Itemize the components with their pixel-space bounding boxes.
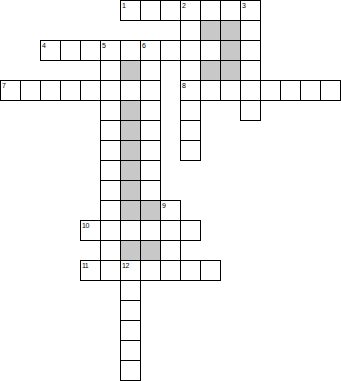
cell-r5-c5[interactable] <box>100 100 121 121</box>
cell-r2-c7[interactable]: 6 <box>140 40 161 61</box>
cell-r6-c7[interactable] <box>140 120 161 141</box>
cell-r0-c11[interactable] <box>220 0 241 21</box>
cell-r2-c5[interactable]: 5 <box>100 40 121 61</box>
cell-r11-c9[interactable] <box>180 220 201 241</box>
cell-r0-c9[interactable]: 2 <box>180 0 201 21</box>
cell-r2-c12[interactable] <box>240 40 261 61</box>
cell-r4-c14[interactable] <box>280 80 301 101</box>
cell-r18-c6[interactable] <box>120 360 141 381</box>
cell-r1-c12[interactable] <box>240 20 261 41</box>
cell-r4-c15[interactable] <box>300 80 321 101</box>
cell-r4-c16[interactable] <box>320 80 341 101</box>
clue-number: 5 <box>102 41 105 50</box>
cell-r2-c11[interactable] <box>220 40 241 61</box>
cell-r2-c2[interactable]: 4 <box>40 40 61 61</box>
cell-r4-c6[interactable] <box>120 80 141 101</box>
clue-number: 1 <box>122 1 125 10</box>
clue-number: 4 <box>42 41 45 50</box>
cell-r3-c6[interactable] <box>120 60 141 81</box>
cell-r6-c5[interactable] <box>100 120 121 141</box>
clue-number: 3 <box>242 1 245 10</box>
cell-r3-c5[interactable] <box>100 60 121 81</box>
cell-r7-c9[interactable] <box>180 140 201 161</box>
cell-r4-c11[interactable] <box>220 80 241 101</box>
cell-r1-c10[interactable] <box>200 20 221 41</box>
cell-r12-c6[interactable] <box>120 240 141 261</box>
cell-r4-c12[interactable] <box>240 80 261 101</box>
cell-r14-c6[interactable] <box>120 280 141 301</box>
cell-r2-c6[interactable] <box>120 40 141 61</box>
cell-r10-c6[interactable] <box>120 200 141 221</box>
cell-r10-c5[interactable] <box>100 200 121 221</box>
clue-number: 9 <box>162 201 165 210</box>
cell-r9-c7[interactable] <box>140 180 161 201</box>
cell-r0-c6[interactable]: 1 <box>120 0 141 21</box>
cell-r9-c6[interactable] <box>120 180 141 201</box>
cell-r12-c8[interactable] <box>160 240 181 261</box>
cell-r16-c6[interactable] <box>120 320 141 341</box>
cell-r17-c6[interactable] <box>120 340 141 361</box>
cell-r2-c10[interactable] <box>200 40 221 61</box>
crossword-grid: 123456789101112 <box>0 0 341 381</box>
cell-r11-c8[interactable] <box>160 220 181 241</box>
cell-r13-c10[interactable] <box>200 260 221 281</box>
cell-r13-c5[interactable] <box>100 260 121 281</box>
cell-r2-c8[interactable] <box>160 40 181 61</box>
cell-r0-c12[interactable]: 3 <box>240 0 261 21</box>
cell-r8-c5[interactable] <box>100 160 121 181</box>
cell-r7-c5[interactable] <box>100 140 121 161</box>
cell-r2-c3[interactable] <box>60 40 81 61</box>
cell-r5-c9[interactable] <box>180 100 201 121</box>
cell-r4-c7[interactable] <box>140 80 161 101</box>
crossword-page: 123456789101112 <box>0 0 341 381</box>
cell-r3-c9[interactable] <box>180 60 201 81</box>
cell-r6-c9[interactable] <box>180 120 201 141</box>
cell-r11-c7[interactable] <box>140 220 161 241</box>
cell-r5-c7[interactable] <box>140 100 161 121</box>
cell-r10-c8[interactable]: 9 <box>160 200 181 221</box>
cell-r6-c6[interactable] <box>120 120 141 141</box>
cell-r4-c0[interactable]: 7 <box>0 80 21 101</box>
cell-r10-c7[interactable] <box>140 200 161 221</box>
cell-r7-c6[interactable] <box>120 140 141 161</box>
cell-r4-c2[interactable] <box>40 80 61 101</box>
cell-r0-c10[interactable] <box>200 0 221 21</box>
cell-r11-c5[interactable] <box>100 220 121 241</box>
cell-r3-c10[interactable] <box>200 60 221 81</box>
cell-r4-c3[interactable] <box>60 80 81 101</box>
clue-number: 10 <box>82 221 89 230</box>
cell-r8-c7[interactable] <box>140 160 161 181</box>
cell-r4-c9[interactable]: 8 <box>180 80 201 101</box>
cell-r11-c6[interactable] <box>120 220 141 241</box>
clue-number: 12 <box>122 261 129 270</box>
cell-r13-c6[interactable]: 12 <box>120 260 141 281</box>
cell-r1-c9[interactable] <box>180 20 201 41</box>
cell-r13-c9[interactable] <box>180 260 201 281</box>
clue-number: 7 <box>2 81 5 90</box>
cell-r4-c5[interactable] <box>100 80 121 101</box>
clue-number: 6 <box>142 41 145 50</box>
cell-r1-c11[interactable] <box>220 20 241 41</box>
cell-r0-c8[interactable] <box>160 0 181 21</box>
clue-number: 2 <box>182 1 185 10</box>
cell-r7-c7[interactable] <box>140 140 161 161</box>
cell-r15-c6[interactable] <box>120 300 141 321</box>
cell-r12-c7[interactable] <box>140 240 161 261</box>
cell-r3-c12[interactable] <box>240 60 261 81</box>
cell-r2-c4[interactable] <box>80 40 101 61</box>
cell-r4-c13[interactable] <box>260 80 281 101</box>
cell-r8-c6[interactable] <box>120 160 141 181</box>
cell-r2-c9[interactable] <box>180 40 201 61</box>
cell-r3-c7[interactable] <box>140 60 161 81</box>
cell-r11-c4[interactable]: 10 <box>80 220 101 241</box>
cell-r4-c4[interactable] <box>80 80 101 101</box>
clue-number: 11 <box>82 261 88 270</box>
cell-r5-c12[interactable] <box>240 100 261 121</box>
clue-number: 8 <box>182 81 185 90</box>
cell-r5-c6[interactable] <box>120 100 141 121</box>
cell-r3-c11[interactable] <box>220 60 241 81</box>
cell-r4-c1[interactable] <box>20 80 41 101</box>
cell-r0-c7[interactable] <box>140 0 161 21</box>
cell-r13-c8[interactable] <box>160 260 181 281</box>
cell-r13-c7[interactable] <box>140 260 161 281</box>
cell-r9-c5[interactable] <box>100 180 121 201</box>
cell-r4-c10[interactable] <box>200 80 221 101</box>
cell-r13-c4[interactable]: 11 <box>80 260 101 281</box>
cell-r12-c5[interactable] <box>100 240 121 261</box>
